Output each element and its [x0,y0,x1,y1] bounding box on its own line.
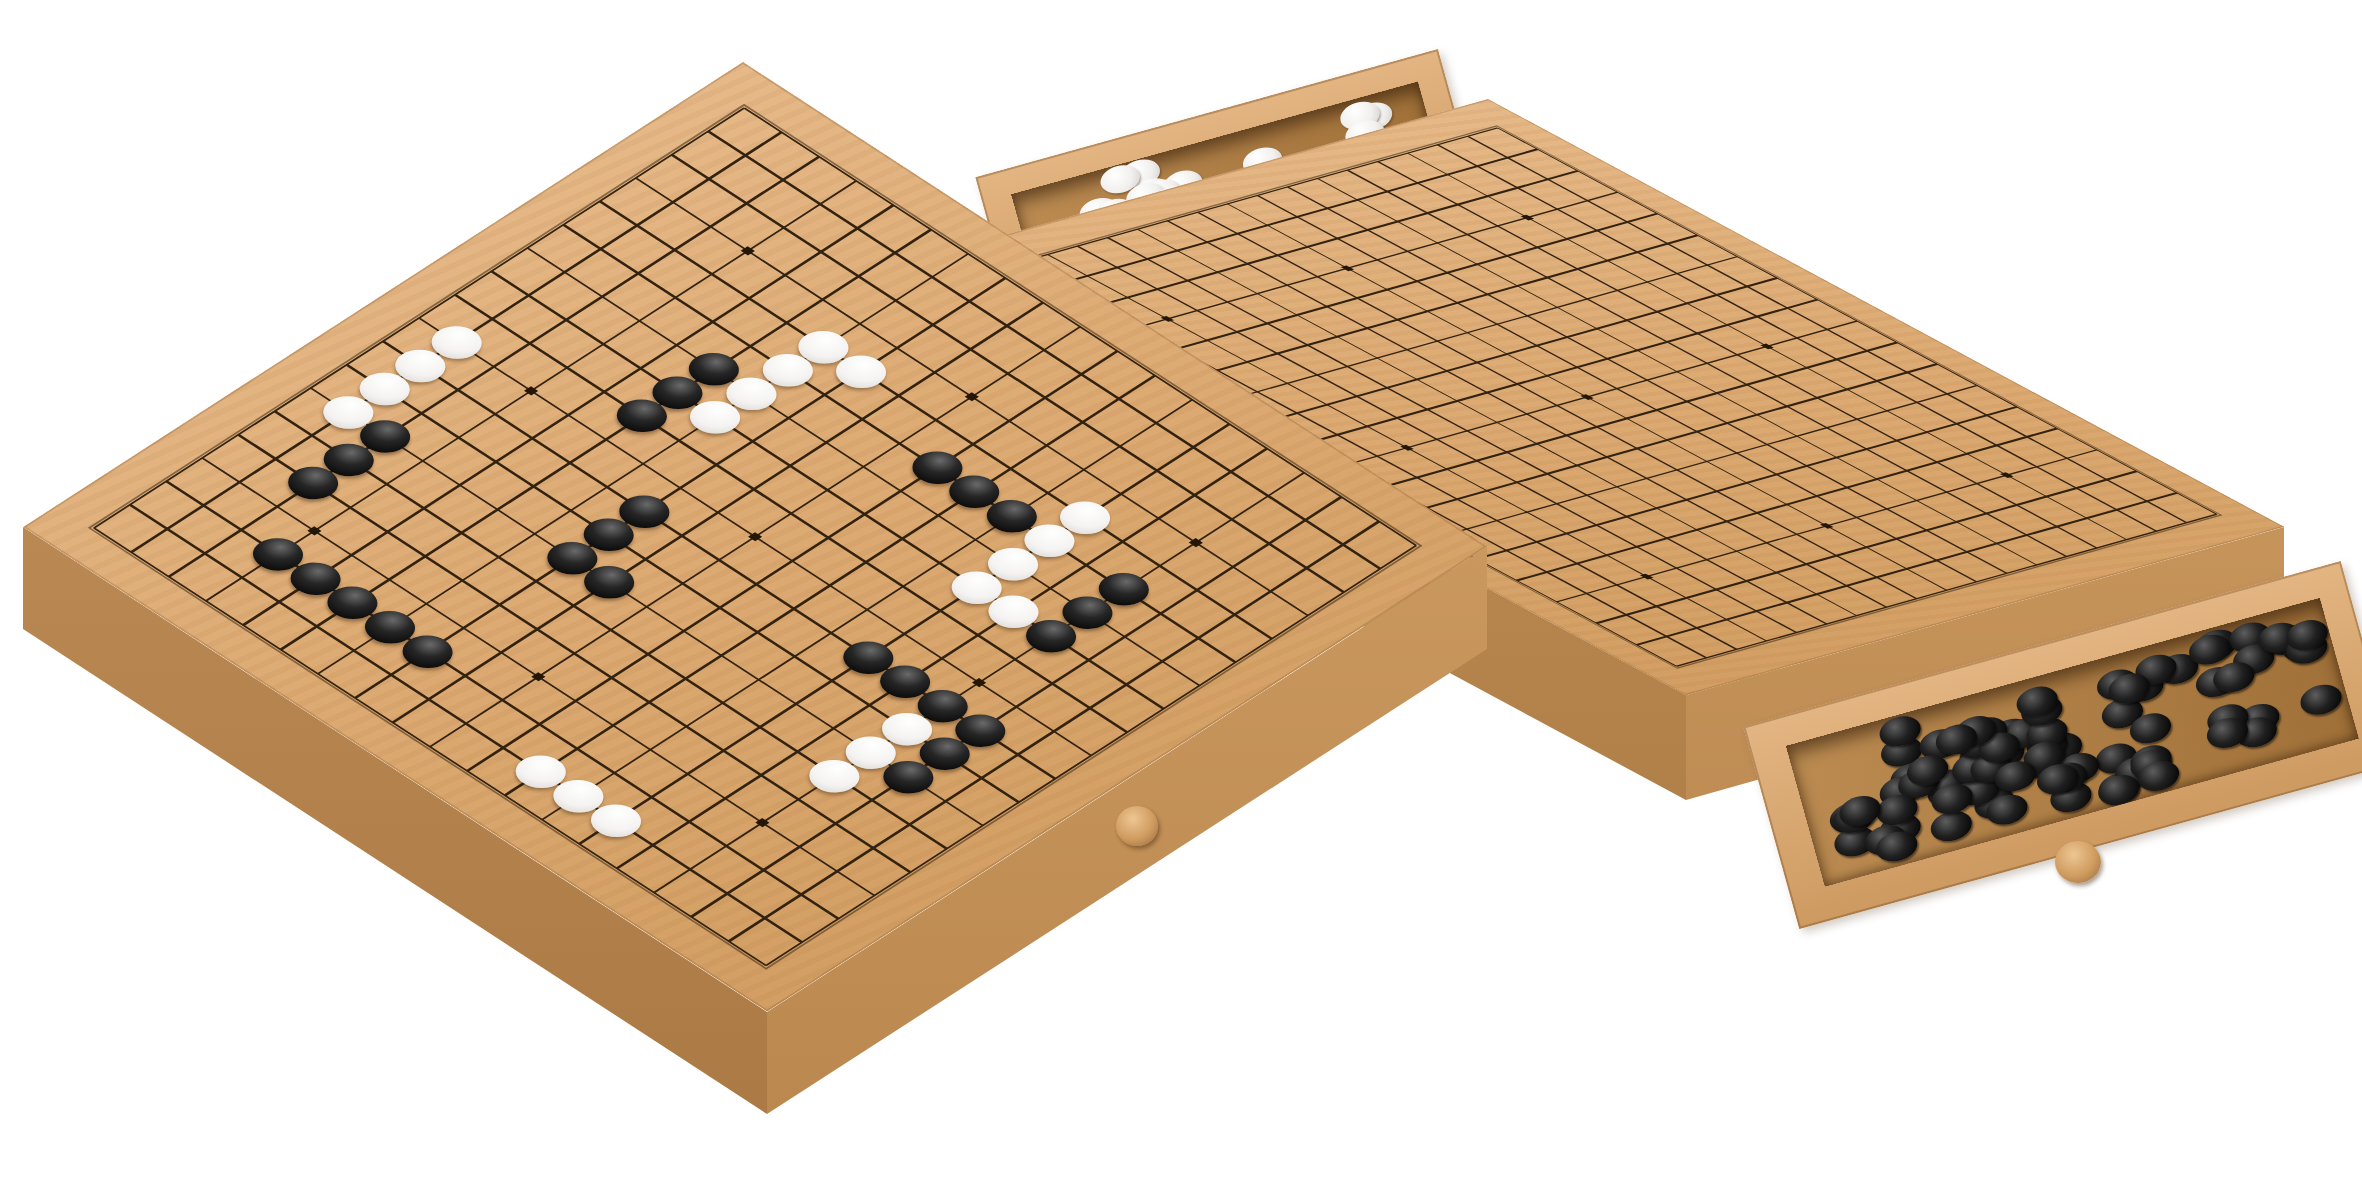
black-drawer-knob [2055,841,2101,883]
left-board-drawer-knob [1116,806,1158,846]
go-set-product-photo [0,0,2362,1181]
black-stone-in-drawer [2297,680,2345,719]
